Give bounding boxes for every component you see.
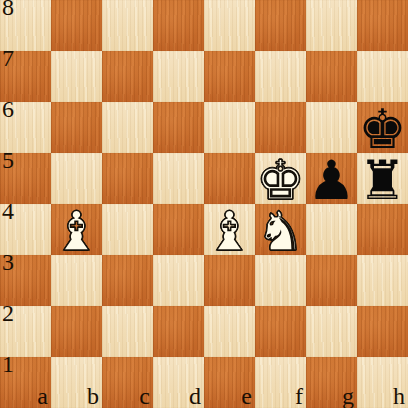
square-f7[interactable] <box>255 51 306 102</box>
square-h1[interactable]: h <box>357 357 408 408</box>
square-a8[interactable]: 8 <box>0 0 51 51</box>
square-f1[interactable]: f <box>255 357 306 408</box>
rank-label-6: 6 <box>2 97 14 121</box>
white-knight[interactable]: ♞ <box>256 205 304 259</box>
square-c1[interactable]: c <box>102 357 153 408</box>
square-c7[interactable] <box>102 51 153 102</box>
square-c2[interactable] <box>102 306 153 357</box>
square-f5[interactable]: ♚ <box>255 153 306 204</box>
square-a2[interactable]: 2 <box>0 306 51 357</box>
file-label-e: e <box>241 384 252 408</box>
black-rook[interactable]: ♜ <box>358 154 406 208</box>
square-e3[interactable] <box>204 255 255 306</box>
square-g4[interactable] <box>306 204 357 255</box>
square-f8[interactable] <box>255 0 306 51</box>
square-h2[interactable] <box>357 306 408 357</box>
file-label-d: d <box>189 384 201 408</box>
white-bishop[interactable]: ♝ <box>52 205 100 259</box>
square-e7[interactable] <box>204 51 255 102</box>
square-b5[interactable] <box>51 153 102 204</box>
file-label-h: h <box>393 384 405 408</box>
square-c8[interactable] <box>102 0 153 51</box>
square-d1[interactable]: d <box>153 357 204 408</box>
rank-label-1: 1 <box>2 352 14 376</box>
rank-label-3: 3 <box>2 250 14 274</box>
square-d6[interactable] <box>153 102 204 153</box>
square-h4[interactable] <box>357 204 408 255</box>
square-d2[interactable] <box>153 306 204 357</box>
chess-board: 876♚5♚♟♜4♝♝♞321abcdefgh <box>0 0 408 408</box>
square-h5[interactable]: ♜ <box>357 153 408 204</box>
square-c3[interactable] <box>102 255 153 306</box>
rank-label-8: 8 <box>2 0 14 19</box>
square-b1[interactable]: b <box>51 357 102 408</box>
square-b7[interactable] <box>51 51 102 102</box>
square-a7[interactable]: 7 <box>0 51 51 102</box>
square-g3[interactable] <box>306 255 357 306</box>
black-pawn[interactable]: ♟ <box>307 154 355 208</box>
square-e2[interactable] <box>204 306 255 357</box>
square-a1[interactable]: 1a <box>0 357 51 408</box>
square-g7[interactable] <box>306 51 357 102</box>
square-e1[interactable]: e <box>204 357 255 408</box>
square-f2[interactable] <box>255 306 306 357</box>
square-e4[interactable]: ♝ <box>204 204 255 255</box>
square-b4[interactable]: ♝ <box>51 204 102 255</box>
square-d3[interactable] <box>153 255 204 306</box>
rank-label-4: 4 <box>2 199 14 223</box>
square-c5[interactable] <box>102 153 153 204</box>
file-label-b: b <box>87 384 99 408</box>
square-e6[interactable] <box>204 102 255 153</box>
square-d4[interactable] <box>153 204 204 255</box>
rank-label-2: 2 <box>2 301 14 325</box>
file-label-g: g <box>342 384 354 408</box>
square-e5[interactable] <box>204 153 255 204</box>
square-c4[interactable] <box>102 204 153 255</box>
square-h3[interactable] <box>357 255 408 306</box>
square-b8[interactable] <box>51 0 102 51</box>
square-b6[interactable] <box>51 102 102 153</box>
square-b3[interactable] <box>51 255 102 306</box>
rank-label-5: 5 <box>2 148 14 172</box>
square-d5[interactable] <box>153 153 204 204</box>
square-h7[interactable] <box>357 51 408 102</box>
square-g8[interactable] <box>306 0 357 51</box>
square-a4[interactable]: 4 <box>0 204 51 255</box>
square-g6[interactable] <box>306 102 357 153</box>
square-d8[interactable] <box>153 0 204 51</box>
file-label-f: f <box>295 384 303 408</box>
square-c6[interactable] <box>102 102 153 153</box>
square-e8[interactable] <box>204 0 255 51</box>
square-f4[interactable]: ♞ <box>255 204 306 255</box>
square-d7[interactable] <box>153 51 204 102</box>
white-bishop[interactable]: ♝ <box>205 205 253 259</box>
rank-label-7: 7 <box>2 46 14 70</box>
square-h8[interactable] <box>357 0 408 51</box>
square-g5[interactable]: ♟ <box>306 153 357 204</box>
square-a5[interactable]: 5 <box>0 153 51 204</box>
square-a6[interactable]: 6 <box>0 102 51 153</box>
file-label-a: a <box>37 384 48 408</box>
square-a3[interactable]: 3 <box>0 255 51 306</box>
square-g1[interactable]: g <box>306 357 357 408</box>
square-f6[interactable] <box>255 102 306 153</box>
file-label-c: c <box>139 384 150 408</box>
square-b2[interactable] <box>51 306 102 357</box>
square-h6[interactable]: ♚ <box>357 102 408 153</box>
square-f3[interactable] <box>255 255 306 306</box>
square-g2[interactable] <box>306 306 357 357</box>
